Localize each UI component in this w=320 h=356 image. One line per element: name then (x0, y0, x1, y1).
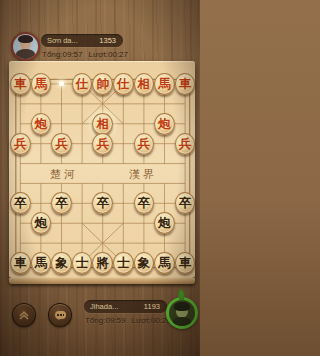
xiangqi-piece-red-兵[interactable]: 兵 (51, 133, 72, 155)
total-time-value: 09:57 (62, 50, 82, 59)
board-cell[interactable] (113, 233, 134, 253)
xiangqi-piece-black-士[interactable]: 士 (72, 252, 93, 274)
board-cell[interactable]: 兵 (134, 134, 155, 154)
bottom-player-name: Jihada... (84, 302, 118, 311)
board-cell[interactable] (72, 114, 93, 134)
board-cell[interactable] (10, 173, 31, 193)
board-cell[interactable]: 車 (175, 74, 196, 94)
board-cell[interactable] (113, 134, 134, 154)
top-player-name-pill: Sơn da... 1353 (41, 34, 123, 47)
xiangqi-piece-black-將[interactable]: 將 (92, 252, 113, 274)
bottom-player-timer: Tổng:09:59Lượt:00:29 (85, 316, 171, 325)
board-cell[interactable] (154, 173, 175, 193)
xiangqi-piece-red-馬[interactable]: 馬 (154, 73, 175, 95)
xiangqi-piece-red-兵[interactable]: 兵 (134, 133, 155, 155)
board-cell[interactable] (31, 154, 52, 174)
board-cell[interactable] (134, 114, 155, 134)
board-cell[interactable] (31, 94, 52, 114)
board-cell[interactable]: 兵 (10, 134, 31, 154)
chat-button[interactable] (48, 303, 72, 327)
top-player-timer: Tổng:09:57Lượt:00:27 (42, 50, 128, 59)
board-cell[interactable]: 士 (113, 253, 134, 273)
avatar-photo (169, 300, 195, 326)
board-cell[interactable]: 仕 (72, 74, 93, 94)
board-cell[interactable]: 卒 (51, 193, 72, 213)
board-cell[interactable]: 士 (72, 253, 93, 273)
bottom-player-avatar[interactable] (166, 297, 198, 329)
board-cell[interactable]: 卒 (92, 193, 113, 213)
bottom-player-rating: 1193 (144, 302, 167, 311)
board-cell[interactable] (10, 213, 31, 233)
total-time-value: 09:59 (105, 316, 125, 325)
board-cell[interactable] (154, 134, 175, 154)
board-cell[interactable]: 兵 (92, 134, 113, 154)
board-cell[interactable] (72, 233, 93, 253)
board-cell[interactable]: 卒 (10, 193, 31, 213)
xiangqi-piece-black-炮[interactable]: 炮 (154, 212, 175, 234)
xiangqi-piece-black-卒[interactable]: 卒 (175, 192, 196, 214)
board-cell[interactable] (113, 154, 134, 174)
board-cell[interactable]: 將 (92, 253, 113, 273)
xiangqi-piece-red-相[interactable]: 相 (92, 113, 113, 135)
board-cell[interactable] (134, 233, 155, 253)
board-cell[interactable] (51, 173, 72, 193)
board-cell[interactable] (154, 94, 175, 114)
board-cell[interactable] (51, 233, 72, 253)
board-cell[interactable] (72, 213, 93, 233)
board-cell[interactable]: 馬 (154, 74, 175, 94)
board-cell[interactable] (134, 154, 155, 174)
xiangqi-piece-red-炮[interactable]: 炮 (154, 113, 175, 135)
xiangqi-piece-black-馬[interactable]: 馬 (31, 252, 52, 274)
board-cell[interactable] (113, 173, 134, 193)
xiangqi-piece-red-兵[interactable]: 兵 (175, 133, 196, 155)
total-time-label: Tổng: (85, 316, 105, 325)
xiangqi-piece-red-帥[interactable]: 帥 (92, 73, 113, 95)
xiangqi-piece-black-象[interactable]: 象 (134, 252, 155, 274)
board-cell[interactable]: 卒 (134, 193, 155, 213)
board-cell[interactable] (113, 213, 134, 233)
board-bottom-edge (9, 278, 195, 284)
xiangqi-piece-black-卒[interactable]: 卒 (10, 192, 31, 214)
xiangqi-piece-black-車[interactable]: 車 (175, 252, 196, 274)
more-button[interactable] (12, 303, 36, 327)
xiangqi-piece-black-卒[interactable]: 卒 (134, 192, 155, 214)
board-cell[interactable] (10, 94, 31, 114)
xiangqi-piece-black-馬[interactable]: 馬 (154, 252, 175, 274)
bottom-player-name-pill: Jihada... 1193 (84, 300, 167, 313)
board-cell[interactable]: 炮 (154, 213, 175, 233)
chat-bubble-dots-icon (55, 311, 66, 319)
xiangqi-piece-red-兵[interactable]: 兵 (92, 133, 113, 155)
board-cell[interactable]: 象 (134, 253, 155, 273)
board-cell[interactable]: 馬 (31, 74, 52, 94)
board-cell[interactable] (51, 213, 72, 233)
xiangqi-piece-black-士[interactable]: 士 (113, 252, 134, 274)
board-cell[interactable] (113, 114, 134, 134)
board-cell[interactable]: 炮 (154, 114, 175, 134)
xiangqi-piece-red-馬[interactable]: 馬 (31, 73, 52, 95)
xiangqi-piece-black-象[interactable]: 象 (51, 252, 72, 274)
board-cell[interactable]: 象 (51, 253, 72, 273)
board-cell[interactable] (154, 233, 175, 253)
board-cell[interactable] (175, 173, 196, 193)
board-cell[interactable] (154, 154, 175, 174)
board-cell[interactable]: 馬 (31, 253, 52, 273)
board-cell[interactable] (31, 173, 52, 193)
turn-time-label: Lượt: (132, 316, 152, 325)
xiangqi-piece-red-兵[interactable]: 兵 (10, 133, 31, 155)
board-cell[interactable]: 車 (10, 253, 31, 273)
board-cell[interactable] (134, 94, 155, 114)
xiangqi-piece-black-炮[interactable]: 炮 (31, 212, 52, 234)
xiangqi-piece-red-仕[interactable]: 仕 (113, 73, 134, 95)
xiangqi-piece-black-卒[interactable]: 卒 (92, 192, 113, 214)
board-cell[interactable]: 兵 (175, 134, 196, 154)
xiangqi-piece-red-仕[interactable]: 仕 (72, 73, 93, 95)
board-cell[interactable] (92, 173, 113, 193)
top-player-avatar[interactable] (11, 32, 40, 61)
board-cell[interactable] (31, 233, 52, 253)
board-cell[interactable] (113, 94, 134, 114)
board-cell[interactable]: 炮 (31, 114, 52, 134)
board-cell[interactable]: 仕 (113, 74, 134, 94)
total-time-label: Tổng: (42, 50, 62, 59)
board-cell[interactable] (72, 94, 93, 114)
board-cell[interactable]: 帥 (92, 74, 113, 94)
board-cell[interactable]: 車 (10, 74, 31, 94)
last-move-origin-marker (59, 81, 64, 86)
avatar-photo (13, 34, 38, 59)
board-cell[interactable] (113, 193, 134, 213)
board-cell[interactable] (92, 154, 113, 174)
xiangqi-piece-red-車[interactable]: 車 (10, 73, 31, 95)
board-cell[interactable] (51, 114, 72, 134)
xiangqi-piece-red-車[interactable]: 車 (175, 73, 196, 95)
board-cell[interactable] (92, 94, 113, 114)
xiangqi-piece-red-炮[interactable]: 炮 (31, 113, 52, 135)
xiangqi-piece-black-卒[interactable]: 卒 (51, 192, 72, 214)
board-cell[interactable] (175, 213, 196, 233)
turn-time-value: 00:27 (108, 50, 128, 59)
board-cell[interactable] (175, 94, 196, 114)
turn-time-label: Lượt: (89, 50, 109, 59)
board-cell[interactable]: 馬 (154, 253, 175, 273)
chevrons-up-icon (18, 309, 30, 321)
board-cell[interactable] (10, 114, 31, 134)
board-cell[interactable] (175, 233, 196, 253)
board-cell[interactable] (72, 193, 93, 213)
board-cell[interactable]: 相 (134, 74, 155, 94)
board-cell[interactable] (72, 134, 93, 154)
board-grid: 車馬仕帥仕相馬車炮相炮兵兵兵兵兵卒卒卒卒卒炮炮車馬象士將士象馬車 (10, 74, 195, 273)
board-cell[interactable] (51, 74, 72, 94)
board-cell[interactable] (92, 233, 113, 253)
board-cell[interactable] (31, 134, 52, 154)
board-cell[interactable] (10, 154, 31, 174)
board-cell[interactable] (72, 154, 93, 174)
board-cell[interactable] (51, 94, 72, 114)
board-cell[interactable] (134, 173, 155, 193)
board-cell[interactable] (92, 213, 113, 233)
top-player-rating: 1353 (99, 36, 123, 45)
board-cell[interactable]: 車 (175, 253, 196, 273)
board-cell[interactable]: 卒 (175, 193, 196, 213)
board-cell[interactable]: 炮 (31, 213, 52, 233)
board-cell[interactable] (72, 173, 93, 193)
board-cell[interactable] (134, 213, 155, 233)
board-cell[interactable] (154, 193, 175, 213)
xiangqi-piece-black-車[interactable]: 車 (10, 252, 31, 274)
board-cell[interactable] (175, 154, 196, 174)
board-cell[interactable] (175, 114, 196, 134)
top-player-name: Sơn da... (41, 36, 78, 45)
board-cell[interactable] (10, 233, 31, 253)
board-cell[interactable]: 兵 (51, 134, 72, 154)
board-cell[interactable]: 相 (92, 114, 113, 134)
xiangqi-piece-red-相[interactable]: 相 (134, 73, 155, 95)
board-cell[interactable] (51, 154, 72, 174)
board-cell[interactable] (31, 193, 52, 213)
